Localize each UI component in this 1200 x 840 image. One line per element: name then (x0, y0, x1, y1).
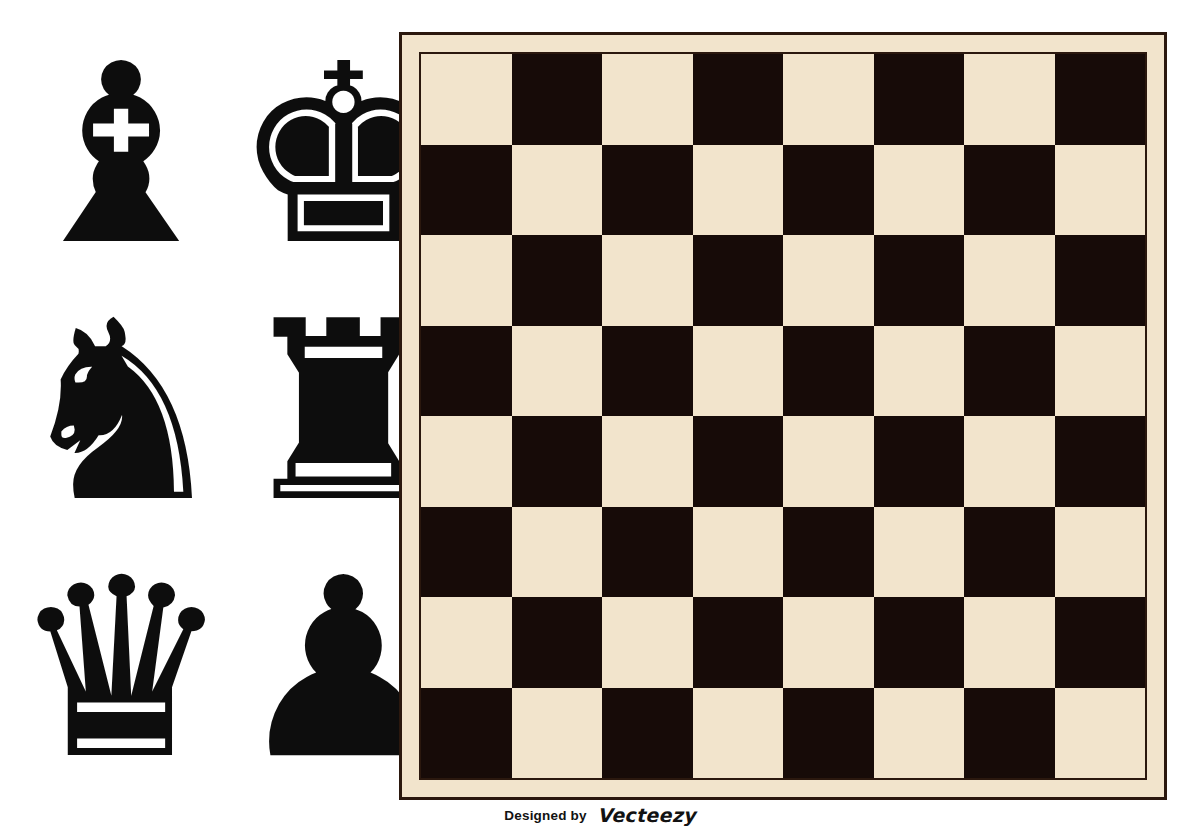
square-f3[interactable] (874, 507, 965, 598)
square-e8[interactable] (783, 54, 874, 145)
square-d7[interactable] (693, 145, 784, 236)
credit-text: Designed by (504, 808, 586, 823)
square-g4[interactable] (964, 416, 1055, 507)
square-e6[interactable] (783, 235, 874, 326)
square-h3[interactable] (1055, 507, 1146, 598)
square-d6[interactable] (693, 235, 784, 326)
square-d3[interactable] (693, 507, 784, 598)
square-c6[interactable] (602, 235, 693, 326)
square-e3[interactable] (783, 507, 874, 598)
square-e1[interactable] (783, 688, 874, 779)
square-b1[interactable] (512, 688, 603, 779)
square-b4[interactable] (512, 416, 603, 507)
square-c3[interactable] (602, 507, 693, 598)
square-e4[interactable] (783, 416, 874, 507)
square-e7[interactable] (783, 145, 874, 236)
square-d1[interactable] (693, 688, 784, 779)
square-g5[interactable] (964, 326, 1055, 417)
vecteezy-logo: Vecteezy (597, 804, 696, 826)
square-f8[interactable] (874, 54, 965, 145)
gallery-piece-queen-icon: ♛ (10, 545, 232, 793)
square-g6[interactable] (964, 235, 1055, 326)
chessboard-frame (399, 32, 1167, 800)
square-g1[interactable] (964, 688, 1055, 779)
gallery-piece-bishop-icon: ♝ (10, 31, 232, 279)
square-b5[interactable] (512, 326, 603, 417)
square-f1[interactable] (874, 688, 965, 779)
square-h1[interactable] (1055, 688, 1146, 779)
square-e2[interactable] (783, 597, 874, 688)
piece-gallery: ♝♚♞♜♛♟ (10, 26, 388, 798)
square-c7[interactable] (602, 145, 693, 236)
credit-line: Designed by Vecteezy (0, 804, 1200, 826)
square-c1[interactable] (602, 688, 693, 779)
square-b6[interactable] (512, 235, 603, 326)
square-a7[interactable] (421, 145, 512, 236)
square-b8[interactable] (512, 54, 603, 145)
square-f2[interactable] (874, 597, 965, 688)
square-g7[interactable] (964, 145, 1055, 236)
gallery-piece-knight-icon: ♞ (10, 288, 232, 536)
square-a1[interactable] (421, 688, 512, 779)
square-b3[interactable] (512, 507, 603, 598)
square-d2[interactable] (693, 597, 784, 688)
square-h5[interactable] (1055, 326, 1146, 417)
square-f6[interactable] (874, 235, 965, 326)
chessboard (419, 52, 1147, 780)
square-a6[interactable] (421, 235, 512, 326)
square-a8[interactable] (421, 54, 512, 145)
square-d8[interactable] (693, 54, 784, 145)
square-c4[interactable] (602, 416, 693, 507)
square-a4[interactable] (421, 416, 512, 507)
square-a5[interactable] (421, 326, 512, 417)
square-h4[interactable] (1055, 416, 1146, 507)
square-c2[interactable] (602, 597, 693, 688)
square-h7[interactable] (1055, 145, 1146, 236)
square-h6[interactable] (1055, 235, 1146, 326)
square-g3[interactable] (964, 507, 1055, 598)
square-f5[interactable] (874, 326, 965, 417)
square-a2[interactable] (421, 597, 512, 688)
square-h8[interactable] (1055, 54, 1146, 145)
square-c8[interactable] (602, 54, 693, 145)
square-b7[interactable] (512, 145, 603, 236)
square-f4[interactable] (874, 416, 965, 507)
square-g2[interactable] (964, 597, 1055, 688)
square-a3[interactable] (421, 507, 512, 598)
square-b2[interactable] (512, 597, 603, 688)
square-c5[interactable] (602, 326, 693, 417)
square-d5[interactable] (693, 326, 784, 417)
square-e5[interactable] (783, 326, 874, 417)
square-g8[interactable] (964, 54, 1055, 145)
square-d4[interactable] (693, 416, 784, 507)
square-f7[interactable] (874, 145, 965, 236)
square-h2[interactable] (1055, 597, 1146, 688)
